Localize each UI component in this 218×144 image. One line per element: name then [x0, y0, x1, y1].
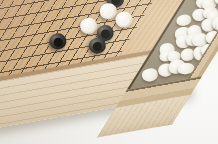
photo-canvas: ●○○○●●●	[0, 0, 218, 144]
stone-glyph: ○	[102, 4, 114, 18]
stone-glyph: ●	[91, 38, 103, 52]
tray-stone-white	[141, 67, 159, 82]
stone-glyph: ○	[83, 18, 95, 32]
tray-stone-white	[175, 13, 192, 27]
stone-glyph: ○	[118, 12, 130, 26]
stone-glyph: ●	[52, 34, 64, 48]
